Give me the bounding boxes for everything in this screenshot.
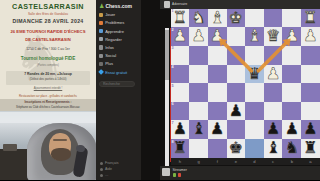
square-e5[interactable] xyxy=(227,83,246,102)
black-bishop-g7[interactable]: ♝ xyxy=(191,120,205,138)
square-b7[interactable]: ♟ xyxy=(282,120,301,139)
square-g4[interactable] xyxy=(189,65,208,84)
tournament-poster: ♞ CASTELSARRASIN Salle des fêtes de Gand… xyxy=(0,0,96,111)
square-d2[interactable]: ♝ xyxy=(245,27,264,46)
square-g2[interactable]: ♟ xyxy=(189,27,208,46)
social-icon xyxy=(99,54,103,58)
square-e2[interactable] xyxy=(227,27,246,46)
opponent-name: Adversaire xyxy=(172,2,187,6)
black-pawn-e6[interactable]: ♟ xyxy=(229,102,243,120)
square-c3[interactable] xyxy=(264,46,283,65)
square-g6[interactable] xyxy=(189,102,208,121)
square-g3[interactable] xyxy=(189,46,208,65)
file-coordinate: c xyxy=(264,158,283,166)
square-d8[interactable] xyxy=(245,139,264,158)
trial-label: Essai gratuit xyxy=(105,70,127,75)
square-e1[interactable]: ♚ xyxy=(227,9,246,28)
square-d6[interactable] xyxy=(245,102,264,121)
black-knight-b8[interactable]: ♞ xyxy=(285,139,299,157)
streamer-bar: Streamer xyxy=(160,166,320,181)
poster-fide: Tournoi homologué FIDE xyxy=(0,56,96,61)
square-f7[interactable]: ♟ xyxy=(208,120,227,139)
footer-label: Aide xyxy=(105,167,112,171)
poster-title: CASTELSARRASIN xyxy=(0,2,96,11)
black-pawn-h7[interactable]: ♟ xyxy=(173,120,187,138)
poster-prizes: 1250 € de Prix ! 300 € au 1er xyxy=(0,47,96,51)
chesscom-sidebar: ♟ Chess.com JouerProblèmesApprendreRegar… xyxy=(96,0,141,180)
sidebar-footer-link[interactable]: Aide xyxy=(100,167,112,171)
square-d1[interactable] xyxy=(245,9,264,28)
learn-icon xyxy=(99,29,103,33)
news-icon xyxy=(99,45,103,49)
poster-event-line2: DE CASTELSARRASIN xyxy=(0,37,96,42)
sidebar-footer-link[interactable]: … xyxy=(100,173,109,177)
black-pawn-b7[interactable]: ♟ xyxy=(285,120,299,138)
sidebar-item-infos[interactable]: Infos xyxy=(99,45,114,50)
file-coordinate: f xyxy=(208,158,227,166)
poster-contact-label: Inscriptions et Renseignements : xyxy=(0,100,96,104)
sidebar-item-social[interactable]: Social xyxy=(99,53,116,58)
chess-board[interactable]: 1♜♞♝♚♜2♟♟♟♝♛♟♟34♛♟56♟7♟♝♟♟♟♟8♜♚♝♞♜ xyxy=(171,9,320,158)
white-king-e1[interactable]: ♚ xyxy=(229,9,243,27)
black-pawn-a7[interactable]: ♟ xyxy=(303,120,317,138)
streamer-name: Streamer xyxy=(173,168,187,172)
sidebar-item-label: Problèmes xyxy=(105,20,124,25)
square-f2[interactable]: ♟ xyxy=(208,27,227,46)
poster-fide-sub: (Parties comptées) xyxy=(0,64,96,67)
white-pawn-c4[interactable]: ♟ xyxy=(266,65,280,83)
square-a4[interactable] xyxy=(301,65,320,84)
square-g8[interactable] xyxy=(189,139,208,158)
black-rook-a8[interactable]: ♜ xyxy=(303,139,317,157)
black-bishop-c8[interactable]: ♝ xyxy=(266,139,280,157)
sidebar-item-label: Jouer xyxy=(105,12,115,17)
rank-coordinate: 3 xyxy=(172,46,174,50)
file-coordinates: hgfedcba xyxy=(171,158,320,166)
sidebar-item-label: Infos xyxy=(105,45,114,50)
sidebar-item-label: Apprendre xyxy=(105,29,124,34)
square-a7[interactable]: ♟ xyxy=(301,120,320,139)
white-bishop-d2[interactable]: ♝ xyxy=(247,27,261,45)
white-pawn-h2[interactable]: ♟ xyxy=(173,27,187,45)
footer-icon xyxy=(100,162,103,165)
square-d4[interactable]: ♛ xyxy=(245,65,264,84)
square-f1[interactable]: ♝ xyxy=(208,9,227,28)
white-pawn-f2[interactable]: ♟ xyxy=(210,27,224,45)
white-knight-g1[interactable]: ♞ xyxy=(191,9,205,27)
sidebar-item-label: Social xyxy=(105,53,116,58)
square-h8[interactable]: 8♜ xyxy=(171,139,190,158)
square-c4[interactable]: ♟ xyxy=(264,65,283,84)
sidebar-item-regarder[interactable]: Regarder xyxy=(99,37,122,42)
square-b3[interactable] xyxy=(282,46,301,65)
square-c8[interactable]: ♝ xyxy=(264,139,283,158)
puzzle-icon xyxy=(99,21,103,25)
play-icon xyxy=(99,13,103,17)
poster-contact: Stéphane ou Club d'échecs Castelsarrasin… xyxy=(0,105,96,109)
streamer-badge-1 xyxy=(173,173,177,177)
square-b6[interactable] xyxy=(282,102,301,121)
poster-start-time: (Début des parties à 14h00) xyxy=(0,77,96,81)
square-b4[interactable] xyxy=(282,65,301,84)
square-c7[interactable]: ♟ xyxy=(264,120,283,139)
search-input[interactable] xyxy=(99,81,135,88)
square-f6[interactable] xyxy=(208,102,227,121)
square-b5[interactable] xyxy=(282,83,301,102)
opponent-bar: Adversaire xyxy=(160,0,320,9)
square-g1[interactable]: ♞ xyxy=(189,9,208,28)
window-light xyxy=(0,112,102,123)
square-a3[interactable] xyxy=(301,46,320,65)
square-c6[interactable] xyxy=(264,102,283,121)
square-a8[interactable]: ♜ xyxy=(301,139,320,158)
square-a5[interactable] xyxy=(301,83,320,102)
chesscom-logo[interactable]: ♟ Chess.com xyxy=(99,3,132,9)
black-queen-d4[interactable]: ♛ xyxy=(247,65,261,83)
square-f8[interactable] xyxy=(208,139,227,158)
square-e7[interactable] xyxy=(227,120,246,139)
footer-label: Français xyxy=(105,161,118,165)
file-coordinate: b xyxy=(282,158,301,166)
more-icon xyxy=(99,62,103,66)
sidebar-item-jouer[interactable]: Jouer xyxy=(99,12,115,17)
square-d5[interactable] xyxy=(245,83,264,102)
opponent-avatar[interactable] xyxy=(164,1,171,8)
file-coordinate: d xyxy=(245,158,264,166)
white-bishop-f1[interactable]: ♝ xyxy=(210,9,224,27)
square-e8[interactable]: ♚ xyxy=(227,139,246,158)
footer-label: … xyxy=(105,173,109,177)
streamer-badge-2 xyxy=(178,173,182,177)
white-pawn-a2[interactable]: ♟ xyxy=(303,27,317,45)
square-b1[interactable] xyxy=(282,9,301,28)
diamond-icon xyxy=(98,69,104,75)
square-d7[interactable] xyxy=(245,120,264,139)
sidebar-item-plus[interactable]: Plus xyxy=(99,61,113,66)
streamer-beard xyxy=(51,148,71,161)
sidebar-item-problèmes[interactable]: Problèmes xyxy=(99,20,124,25)
webcam-view xyxy=(0,111,102,180)
sidebar-item-label: Regarder xyxy=(105,37,122,42)
square-b8[interactable]: ♞ xyxy=(282,139,301,158)
poster-catering: Restauration sur place - grillades et sa… xyxy=(0,94,96,98)
sidebar-item-apprendre[interactable]: Apprendre xyxy=(99,29,124,34)
sidebar-item-label: Plus xyxy=(105,61,113,66)
streamer-glasses xyxy=(53,139,67,141)
square-g7[interactable]: ♝ xyxy=(189,120,208,139)
square-e4[interactable] xyxy=(227,65,246,84)
white-pawn-g2[interactable]: ♟ xyxy=(191,27,205,45)
square-g5[interactable] xyxy=(189,83,208,102)
watch-icon xyxy=(99,37,103,41)
white-queen-c2[interactable]: ♛ xyxy=(266,27,280,45)
black-pawn-f7[interactable]: ♟ xyxy=(210,120,224,138)
sidebar-footer-link[interactable]: Français xyxy=(100,161,118,165)
square-a1[interactable]: ♜ xyxy=(301,9,320,28)
shelf-item xyxy=(3,144,17,151)
square-a2[interactable]: ♟ xyxy=(301,27,320,46)
rank-coordinate: 6 xyxy=(172,102,174,106)
white-pawn-b2[interactable]: ♟ xyxy=(285,27,299,45)
pawn-logo-icon: ♟ xyxy=(99,3,104,9)
black-pawn-c7[interactable]: ♟ xyxy=(266,120,280,138)
streamer-avatar[interactable] xyxy=(162,168,170,176)
file-coordinate: a xyxy=(301,158,320,166)
white-rook-h1[interactable]: ♜ xyxy=(173,9,187,27)
square-e3[interactable] xyxy=(227,46,246,65)
white-rook-a1[interactable]: ♜ xyxy=(303,9,317,27)
logo-text: Chess.com xyxy=(105,3,132,9)
square-h5[interactable]: 5 xyxy=(171,83,190,102)
rank-coordinate: 4 xyxy=(172,65,174,69)
square-h6[interactable]: 6 xyxy=(171,102,190,121)
poster-event-line1: 26 EME TOURNOI RAPIDE D'ÉCHECS xyxy=(0,29,96,34)
poster-date: DIMANCHE 28 AVRIL 2024 xyxy=(0,18,96,24)
file-coordinate: g xyxy=(189,158,208,166)
square-d3[interactable] xyxy=(245,46,264,65)
sidebar-item-trial[interactable]: Essai gratuit xyxy=(99,70,127,75)
square-f5[interactable] xyxy=(208,83,227,102)
square-h1[interactable]: 1♜ xyxy=(171,9,190,28)
file-coordinate: e xyxy=(227,158,246,166)
stream-frame: ♞ CASTELSARRASIN Salle des fêtes de Gand… xyxy=(0,0,320,180)
square-c1[interactable] xyxy=(264,9,283,28)
square-h2[interactable]: 2♟ xyxy=(171,27,190,46)
black-rook-h8[interactable]: ♜ xyxy=(173,139,187,157)
black-king-e8[interactable]: ♚ xyxy=(229,139,243,157)
square-f4[interactable] xyxy=(208,65,227,84)
poster-extra-line: Ajournement interdit ! xyxy=(0,86,96,90)
poster-format: 7 Rondes de 20 mn, +3s/coup xyxy=(0,72,96,76)
square-a6[interactable] xyxy=(301,102,320,121)
square-c5[interactable] xyxy=(264,83,283,102)
square-b2[interactable]: ♟ xyxy=(282,27,301,46)
poster-venue: Salle des fêtes de Gandalou xyxy=(0,12,96,16)
rank-coordinate: 5 xyxy=(172,84,174,88)
square-f3[interactable] xyxy=(208,46,227,65)
footer-icon xyxy=(100,174,103,177)
file-coordinate: h xyxy=(171,158,190,166)
square-e6[interactable]: ♟ xyxy=(227,102,246,121)
square-h3[interactable]: 3 xyxy=(171,46,190,65)
footer-icon xyxy=(100,168,103,171)
square-h4[interactable]: 4 xyxy=(171,65,190,84)
square-c2[interactable]: ♛ xyxy=(264,27,283,46)
square-h7[interactable]: 7♟ xyxy=(171,120,190,139)
